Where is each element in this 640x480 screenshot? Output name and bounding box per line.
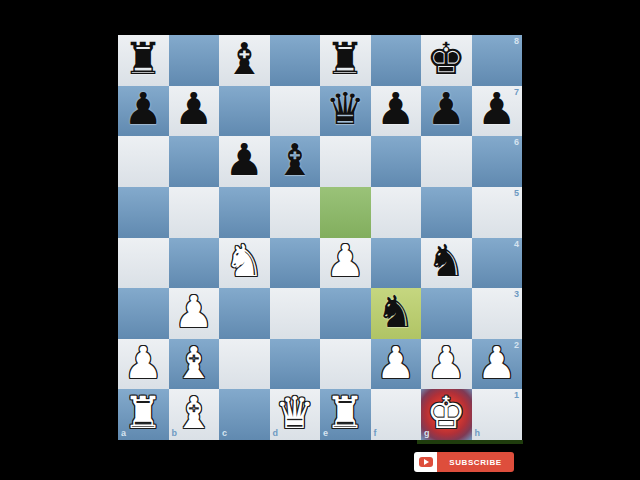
square-d8[interactable]: [270, 35, 321, 86]
piece-white-rook: ♜: [326, 391, 365, 435]
square-f5[interactable]: [371, 187, 422, 238]
square-b5[interactable]: [169, 187, 220, 238]
file-label-d: d: [273, 429, 279, 438]
piece-white-pawn: ♟: [427, 341, 466, 385]
square-e7[interactable]: ♛: [320, 86, 371, 137]
square-g3[interactable]: [421, 288, 472, 339]
square-d5[interactable]: [270, 187, 321, 238]
rank-label-6: 6: [514, 138, 519, 147]
square-a1[interactable]: ♜a: [118, 389, 169, 440]
piece-black-pawn: ♟: [477, 87, 516, 131]
square-g1[interactable]: ♚g: [421, 389, 472, 440]
square-a4[interactable]: [118, 238, 169, 289]
piece-black-pawn: ♟: [427, 87, 466, 131]
file-label-a: a: [121, 429, 126, 438]
square-g4[interactable]: ♞: [421, 238, 472, 289]
rank-label-7: 7: [514, 88, 519, 97]
file-label-g: g: [424, 429, 430, 438]
square-a5[interactable]: [118, 187, 169, 238]
square-e8[interactable]: ♜: [320, 35, 371, 86]
file-label-c: c: [222, 429, 227, 438]
subscribe-widget[interactable]: SUBSCRIBE: [414, 452, 514, 472]
piece-white-pawn: ♟: [326, 239, 365, 283]
square-b1[interactable]: ♝b: [169, 389, 220, 440]
square-f4[interactable]: [371, 238, 422, 289]
piece-black-bishop: ♝: [275, 138, 314, 182]
square-d4[interactable]: [270, 238, 321, 289]
square-g5[interactable]: [421, 187, 472, 238]
piece-black-pawn: ♟: [174, 87, 213, 131]
square-f8[interactable]: [371, 35, 422, 86]
square-c1[interactable]: c: [219, 389, 270, 440]
chess-board: ♜♝♜♚8♟♟♛♟♟♟7♟♝65♞♟♞4♟♞3♟♝♟♟♟2♜a♝bc♛d♜ef♚…: [118, 35, 522, 440]
piece-black-knight: ♞: [376, 290, 415, 334]
piece-black-rook: ♜: [326, 37, 365, 81]
piece-white-pawn: ♟: [376, 341, 415, 385]
square-d1[interactable]: ♛d: [270, 389, 321, 440]
piece-white-bishop: ♝: [174, 341, 213, 385]
file-label-b: b: [172, 429, 178, 438]
piece-black-knight: ♞: [427, 239, 466, 283]
square-e6[interactable]: [320, 136, 371, 187]
square-g6[interactable]: [421, 136, 472, 187]
piece-black-queen: ♛: [326, 87, 365, 131]
square-a3[interactable]: [118, 288, 169, 339]
square-c5[interactable]: [219, 187, 270, 238]
square-e3[interactable]: [320, 288, 371, 339]
piece-white-pawn: ♟: [124, 341, 163, 385]
square-c4[interactable]: ♞: [219, 238, 270, 289]
video-frame: ♜♝♜♚8♟♟♛♟♟♟7♟♝65♞♟♞4♟♞3♟♝♟♟♟2♜a♝bc♛d♜ef♚…: [0, 0, 640, 480]
rank-label-3: 3: [514, 290, 519, 299]
rank-label-4: 4: [514, 240, 519, 249]
square-f1[interactable]: f: [371, 389, 422, 440]
subscribe-button[interactable]: SUBSCRIBE: [437, 452, 514, 472]
square-h2[interactable]: ♟2: [472, 339, 523, 390]
square-b4[interactable]: [169, 238, 220, 289]
square-a2[interactable]: ♟: [118, 339, 169, 390]
piece-white-pawn: ♟: [174, 290, 213, 334]
square-a6[interactable]: [118, 136, 169, 187]
square-d6[interactable]: ♝: [270, 136, 321, 187]
rank-label-5: 5: [514, 189, 519, 198]
square-b8[interactable]: [169, 35, 220, 86]
square-b3[interactable]: ♟: [169, 288, 220, 339]
file-label-f: f: [374, 429, 377, 438]
piece-white-bishop: ♝: [174, 391, 213, 435]
rank-label-2: 2: [514, 341, 519, 350]
square-h7[interactable]: ♟7: [472, 86, 523, 137]
board-edge-artifact: [417, 440, 523, 444]
rank-label-1: 1: [514, 391, 519, 400]
square-c6[interactable]: ♟: [219, 136, 270, 187]
square-g7[interactable]: ♟: [421, 86, 472, 137]
square-f6[interactable]: [371, 136, 422, 187]
piece-white-rook: ♜: [124, 391, 163, 435]
square-e1[interactable]: ♜e: [320, 389, 371, 440]
play-triangle-icon: [424, 459, 429, 465]
rank-label-8: 8: [514, 37, 519, 46]
square-g8[interactable]: ♚: [421, 35, 472, 86]
youtube-play-icon: [419, 457, 433, 467]
piece-black-pawn: ♟: [376, 87, 415, 131]
square-c8[interactable]: ♝: [219, 35, 270, 86]
square-g2[interactable]: ♟: [421, 339, 472, 390]
piece-black-pawn: ♟: [225, 138, 264, 182]
square-h4[interactable]: 4: [472, 238, 523, 289]
piece-black-pawn: ♟: [124, 87, 163, 131]
square-h5[interactable]: 5: [472, 187, 523, 238]
square-b2[interactable]: ♝: [169, 339, 220, 390]
square-h1[interactable]: 1h: [472, 389, 523, 440]
square-f7[interactable]: ♟: [371, 86, 422, 137]
piece-white-king: ♚: [427, 391, 466, 435]
file-label-h: h: [475, 429, 481, 438]
square-c3[interactable]: [219, 288, 270, 339]
piece-white-queen: ♛: [275, 391, 314, 435]
square-a8[interactable]: ♜: [118, 35, 169, 86]
piece-black-king: ♚: [427, 37, 466, 81]
square-h3[interactable]: 3: [472, 288, 523, 339]
square-d2[interactable]: [270, 339, 321, 390]
piece-white-knight: ♞: [225, 239, 264, 283]
square-e4[interactable]: ♟: [320, 238, 371, 289]
square-f3[interactable]: ♞: [371, 288, 422, 339]
square-h6[interactable]: 6: [472, 136, 523, 187]
square-d3[interactable]: [270, 288, 321, 339]
square-e5[interactable]: [320, 187, 371, 238]
square-b7[interactable]: ♟: [169, 86, 220, 137]
square-c2[interactable]: [219, 339, 270, 390]
square-d7[interactable]: [270, 86, 321, 137]
piece-black-bishop: ♝: [225, 37, 264, 81]
square-h8[interactable]: 8: [472, 35, 523, 86]
piece-white-pawn: ♟: [477, 341, 516, 385]
square-c7[interactable]: [219, 86, 270, 137]
piece-black-rook: ♜: [124, 37, 163, 81]
file-label-e: e: [323, 429, 328, 438]
square-a7[interactable]: ♟: [118, 86, 169, 137]
square-e2[interactable]: [320, 339, 371, 390]
youtube-logo-badge[interactable]: [414, 452, 437, 472]
square-b6[interactable]: [169, 136, 220, 187]
square-f2[interactable]: ♟: [371, 339, 422, 390]
